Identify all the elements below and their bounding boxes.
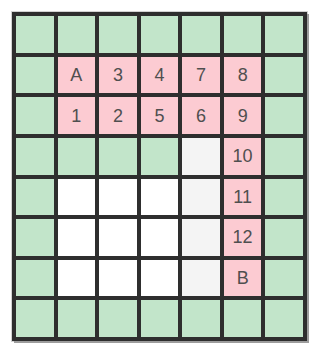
cell-r7c6[interactable]: B: [224, 260, 262, 297]
cell-r2c5[interactable]: 7: [182, 57, 220, 94]
cell-r2c4[interactable]: 4: [141, 57, 179, 94]
cell-r6c3[interactable]: [99, 219, 137, 256]
cell-r4c5[interactable]: [182, 138, 220, 175]
cell-r4c6[interactable]: 10: [224, 138, 262, 175]
cell-label: 9: [238, 107, 248, 125]
cell-label: 8: [238, 66, 248, 84]
cell-r8c2: [58, 300, 96, 337]
cell-r3c7: [265, 97, 303, 134]
cell-label: 4: [154, 66, 164, 84]
cell-r1c6: [224, 16, 262, 53]
cell-r7c5[interactable]: [182, 260, 220, 297]
cell-r8c7: [265, 300, 303, 337]
cell-label: 6: [196, 107, 206, 125]
cell-label: 1: [71, 107, 81, 125]
cell-r1c1: [16, 16, 54, 53]
cell-r8c4: [141, 300, 179, 337]
cell-r7c4[interactable]: [141, 260, 179, 297]
cell-r5c3[interactable]: [99, 179, 137, 216]
puzzle-page: A347812569101112B: [0, 0, 318, 349]
cell-r3c6[interactable]: 9: [224, 97, 262, 134]
cell-r1c5: [182, 16, 220, 53]
cell-r4c4: [141, 138, 179, 175]
cell-r8c5: [182, 300, 220, 337]
cell-r6c2[interactable]: [58, 219, 96, 256]
cell-label: 3: [113, 66, 123, 84]
cell-r3c1: [16, 97, 54, 134]
cell-label: 11: [233, 188, 252, 206]
cell-r5c2[interactable]: [58, 179, 96, 216]
cell-r4c3: [99, 138, 137, 175]
cell-r3c5[interactable]: 6: [182, 97, 220, 134]
cell-label: 12: [233, 228, 253, 246]
cell-r6c4[interactable]: [141, 219, 179, 256]
cell-r3c2[interactable]: 1: [58, 97, 96, 134]
cell-label: A: [70, 66, 82, 84]
cell-r7c3[interactable]: [99, 260, 137, 297]
cell-r5c5[interactable]: [182, 179, 220, 216]
cell-r2c3[interactable]: 3: [99, 57, 137, 94]
cell-r8c3: [99, 300, 137, 337]
cell-r8c6: [224, 300, 262, 337]
cell-r5c6[interactable]: 11: [224, 179, 262, 216]
cell-r4c2: [58, 138, 96, 175]
cell-r2c6[interactable]: 8: [224, 57, 262, 94]
cell-label: 2: [113, 107, 123, 125]
cell-r2c7: [265, 57, 303, 94]
cell-r7c2[interactable]: [58, 260, 96, 297]
cell-r1c7: [265, 16, 303, 53]
cell-r7c1: [16, 260, 54, 297]
cell-r1c4: [141, 16, 179, 53]
cell-r4c7: [265, 138, 303, 175]
cell-r5c4[interactable]: [141, 179, 179, 216]
cell-label: 7: [196, 66, 206, 84]
cell-r7c7: [265, 260, 303, 297]
cell-r6c1: [16, 219, 54, 256]
cell-r3c4[interactable]: 5: [141, 97, 179, 134]
cell-r5c1: [16, 179, 54, 216]
cell-r2c2[interactable]: A: [58, 57, 96, 94]
cell-r6c5[interactable]: [182, 219, 220, 256]
cell-r2c1: [16, 57, 54, 94]
cell-label: 5: [154, 107, 164, 125]
cell-r1c2: [58, 16, 96, 53]
puzzle-board: A347812569101112B: [12, 12, 307, 341]
cell-r5c7: [265, 179, 303, 216]
cell-r8c1: [16, 300, 54, 337]
cell-r1c3: [99, 16, 137, 53]
cell-label: 10: [233, 147, 253, 165]
cell-r6c7: [265, 219, 303, 256]
cell-r4c1: [16, 138, 54, 175]
cell-r6c6[interactable]: 12: [224, 219, 262, 256]
cell-label: B: [237, 269, 249, 287]
cell-r3c3[interactable]: 2: [99, 97, 137, 134]
